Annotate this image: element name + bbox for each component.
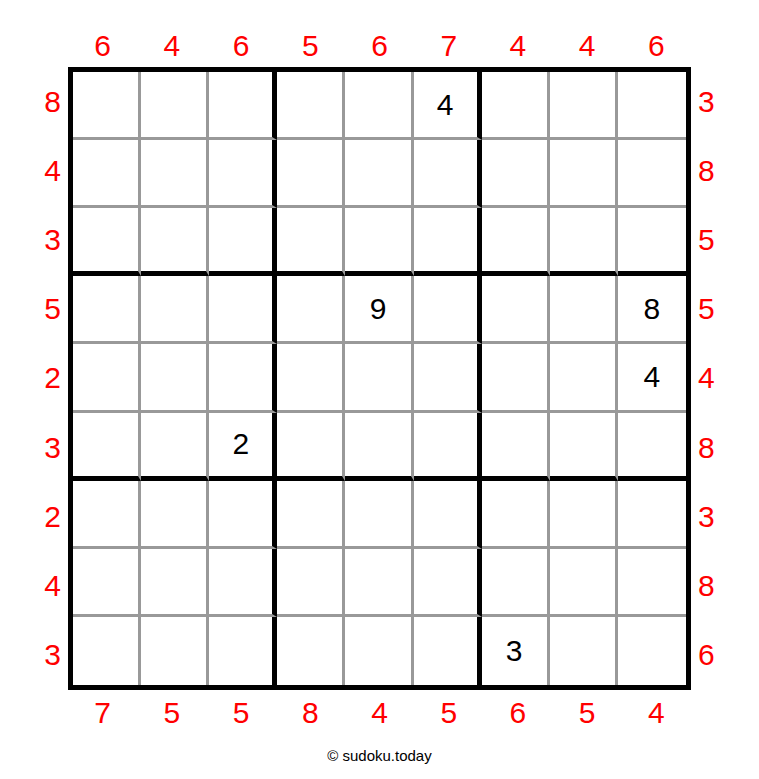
clue-top-4: 5	[276, 0, 345, 67]
clue-bottom-2: 5	[137, 690, 206, 738]
clue-left-8: 4	[0, 552, 68, 621]
cell-r5c6[interactable]	[414, 344, 482, 412]
cell-r3c2[interactable]	[141, 208, 209, 276]
clue-top-9: 6	[622, 0, 691, 67]
clue-right-7: 3	[691, 482, 759, 551]
bottom-clues: 755845654	[68, 690, 691, 738]
clue-bottom-9: 4	[622, 690, 691, 738]
cell-r5c3[interactable]	[209, 344, 277, 412]
cell-r3c5[interactable]	[345, 208, 413, 276]
clue-left-3: 3	[0, 205, 68, 274]
cell-r2c7[interactable]	[482, 140, 550, 208]
cell-r4c4[interactable]	[277, 276, 345, 344]
cell-r8c1[interactable]	[73, 549, 141, 617]
cell-r5c5[interactable]	[345, 344, 413, 412]
cell-r5c8[interactable]	[550, 344, 618, 412]
clue-bottom-3: 5	[206, 690, 275, 738]
cell-r9c1[interactable]	[73, 617, 141, 685]
cell-r8c4[interactable]	[277, 549, 345, 617]
cell-r8c3[interactable]	[209, 549, 277, 617]
cell-r4c6[interactable]	[414, 276, 482, 344]
clue-top-6: 7	[414, 0, 483, 67]
copyright-text: © sudoku.today	[0, 747, 759, 764]
cell-r9c9[interactable]	[618, 617, 686, 685]
cell-r2c1[interactable]	[73, 140, 141, 208]
cell-r4c1[interactable]	[73, 276, 141, 344]
cell-r2c5[interactable]	[345, 140, 413, 208]
cell-r3c3[interactable]	[209, 208, 277, 276]
cell-r2c3[interactable]	[209, 140, 277, 208]
clue-left-2: 4	[0, 136, 68, 205]
cell-r7c8[interactable]	[550, 481, 618, 549]
clue-right-5: 4	[691, 344, 759, 413]
cell-r8c9[interactable]	[618, 549, 686, 617]
skyscraper-sudoku-page: 646567446 843523243 498423 385548386 755…	[0, 0, 759, 779]
cell-r6c9[interactable]	[618, 413, 686, 481]
clue-top-3: 6	[206, 0, 275, 67]
cell-r1c5[interactable]	[345, 72, 413, 140]
cell-r1c6: 4	[414, 72, 482, 140]
clue-bottom-8: 5	[553, 690, 622, 738]
cell-r8c5[interactable]	[345, 549, 413, 617]
cell-r6c1[interactable]	[73, 413, 141, 481]
cell-r7c5[interactable]	[345, 481, 413, 549]
clue-top-7: 4	[483, 0, 552, 67]
cell-r7c6[interactable]	[414, 481, 482, 549]
cell-r1c8[interactable]	[550, 72, 618, 140]
cell-r9c7: 3	[482, 617, 550, 685]
cell-r8c6[interactable]	[414, 549, 482, 617]
top-clues: 646567446	[68, 0, 691, 67]
clue-left-6: 3	[0, 413, 68, 482]
cell-r7c7[interactable]	[482, 481, 550, 549]
clue-left-9: 3	[0, 621, 68, 690]
cell-r5c7[interactable]	[482, 344, 550, 412]
cell-r3c9[interactable]	[618, 208, 686, 276]
cell-r4c5: 9	[345, 276, 413, 344]
cell-r1c1[interactable]	[73, 72, 141, 140]
cell-r6c4[interactable]	[277, 413, 345, 481]
cell-r9c5[interactable]	[345, 617, 413, 685]
clue-left-5: 2	[0, 344, 68, 413]
cell-r3c1[interactable]	[73, 208, 141, 276]
cell-r6c7[interactable]	[482, 413, 550, 481]
cell-r4c9: 8	[618, 276, 686, 344]
clue-bottom-7: 6	[483, 690, 552, 738]
right-clues: 385548386	[691, 67, 759, 690]
cell-r3c6[interactable]	[414, 208, 482, 276]
clue-top-5: 6	[345, 0, 414, 67]
clue-left-4: 5	[0, 275, 68, 344]
cell-r7c4[interactable]	[277, 481, 345, 549]
cell-r6c3: 2	[209, 413, 277, 481]
left-clues: 843523243	[0, 67, 68, 690]
cell-r1c4[interactable]	[277, 72, 345, 140]
cell-r9c8[interactable]	[550, 617, 618, 685]
clue-right-4: 5	[691, 275, 759, 344]
cell-r5c1[interactable]	[73, 344, 141, 412]
cell-r1c2[interactable]	[141, 72, 209, 140]
clue-top-8: 4	[553, 0, 622, 67]
cell-r4c7[interactable]	[482, 276, 550, 344]
cell-r8c2[interactable]	[141, 549, 209, 617]
cell-r3c4[interactable]	[277, 208, 345, 276]
clue-right-6: 8	[691, 413, 759, 482]
cell-r5c2[interactable]	[141, 344, 209, 412]
cell-r2c8[interactable]	[550, 140, 618, 208]
cell-r9c6[interactable]	[414, 617, 482, 685]
clue-left-1: 8	[0, 67, 68, 136]
cell-r2c4[interactable]	[277, 140, 345, 208]
cell-r1c7[interactable]	[482, 72, 550, 140]
cell-r1c9[interactable]	[618, 72, 686, 140]
cell-r7c2[interactable]	[141, 481, 209, 549]
cell-r5c9: 4	[618, 344, 686, 412]
sudoku-board: 498423	[68, 67, 691, 690]
cell-r6c5[interactable]	[345, 413, 413, 481]
cell-r4c3[interactable]	[209, 276, 277, 344]
cell-r8c7[interactable]	[482, 549, 550, 617]
cell-r2c2[interactable]	[141, 140, 209, 208]
cell-r4c2[interactable]	[141, 276, 209, 344]
clue-right-3: 5	[691, 205, 759, 274]
clue-right-9: 6	[691, 621, 759, 690]
cell-r9c3[interactable]	[209, 617, 277, 685]
cell-r1c3[interactable]	[209, 72, 277, 140]
cell-r7c3[interactable]	[209, 481, 277, 549]
cell-r7c9[interactable]	[618, 481, 686, 549]
cell-r6c2[interactable]	[141, 413, 209, 481]
clue-right-1: 3	[691, 67, 759, 136]
cell-r2c9[interactable]	[618, 140, 686, 208]
cell-r5c4[interactable]	[277, 344, 345, 412]
cell-r3c8[interactable]	[550, 208, 618, 276]
cell-r2c6[interactable]	[414, 140, 482, 208]
cell-r8c8[interactable]	[550, 549, 618, 617]
cell-r6c6[interactable]	[414, 413, 482, 481]
cell-r9c4[interactable]	[277, 617, 345, 685]
clue-bottom-4: 8	[276, 690, 345, 738]
clue-bottom-1: 7	[68, 690, 137, 738]
clue-top-1: 6	[68, 0, 137, 67]
clue-left-7: 2	[0, 482, 68, 551]
cell-r6c8[interactable]	[550, 413, 618, 481]
clue-top-2: 4	[137, 0, 206, 67]
clue-bottom-6: 5	[414, 690, 483, 738]
cell-r3c7[interactable]	[482, 208, 550, 276]
cell-r4c8[interactable]	[550, 276, 618, 344]
clue-right-2: 8	[691, 136, 759, 205]
clue-right-8: 8	[691, 552, 759, 621]
clue-bottom-5: 4	[345, 690, 414, 738]
cell-r7c1[interactable]	[73, 481, 141, 549]
cell-r9c2[interactable]	[141, 617, 209, 685]
